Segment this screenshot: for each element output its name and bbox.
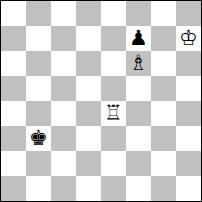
chess-board: ♟♔♗♖♚ [0,0,202,202]
square-a4[interactable] [1,101,26,126]
square-a3[interactable] [1,126,26,151]
square-b7[interactable] [26,26,51,51]
square-e7[interactable] [101,26,126,51]
square-h8[interactable] [176,1,201,26]
piece-white-bishop[interactable]: ♗ [129,51,148,76]
square-h7[interactable]: ♔ [176,26,201,51]
square-b4[interactable] [26,101,51,126]
square-g4[interactable] [151,101,176,126]
square-a5[interactable] [1,76,26,101]
square-g6[interactable] [151,51,176,76]
square-c4[interactable] [51,101,76,126]
square-d8[interactable] [76,1,101,26]
square-c1[interactable] [51,176,76,201]
square-c3[interactable] [51,126,76,151]
square-d4[interactable] [76,101,101,126]
square-c7[interactable] [51,26,76,51]
square-f2[interactable] [126,151,151,176]
square-b3[interactable]: ♚ [26,126,51,151]
piece-black-pawn[interactable]: ♟ [129,26,148,51]
square-h1[interactable] [176,176,201,201]
square-g3[interactable] [151,126,176,151]
square-a6[interactable] [1,51,26,76]
square-h3[interactable] [176,126,201,151]
square-d1[interactable] [76,176,101,201]
piece-black-king[interactable]: ♚ [29,126,48,151]
square-c8[interactable] [51,1,76,26]
square-g7[interactable] [151,26,176,51]
square-b2[interactable] [26,151,51,176]
square-e4[interactable]: ♖ [101,101,126,126]
square-c6[interactable] [51,51,76,76]
square-a8[interactable] [1,1,26,26]
square-b8[interactable] [26,1,51,26]
square-f3[interactable] [126,126,151,151]
square-d2[interactable] [76,151,101,176]
square-a2[interactable] [1,151,26,176]
square-d5[interactable] [76,76,101,101]
square-c5[interactable] [51,76,76,101]
square-e6[interactable] [101,51,126,76]
piece-white-rook[interactable]: ♖ [104,101,123,126]
square-f5[interactable] [126,76,151,101]
square-h4[interactable] [176,101,201,126]
square-a7[interactable] [1,26,26,51]
square-c2[interactable] [51,151,76,176]
square-e3[interactable] [101,126,126,151]
square-g2[interactable] [151,151,176,176]
square-f7[interactable]: ♟ [126,26,151,51]
square-f6[interactable]: ♗ [126,51,151,76]
square-f8[interactable] [126,1,151,26]
square-e2[interactable] [101,151,126,176]
square-b1[interactable] [26,176,51,201]
square-g8[interactable] [151,1,176,26]
square-e1[interactable] [101,176,126,201]
square-g5[interactable] [151,76,176,101]
square-e5[interactable] [101,76,126,101]
square-d6[interactable] [76,51,101,76]
square-h5[interactable] [176,76,201,101]
square-h6[interactable] [176,51,201,76]
square-h2[interactable] [176,151,201,176]
piece-white-king[interactable]: ♔ [179,26,198,51]
square-e8[interactable] [101,1,126,26]
square-f1[interactable] [126,176,151,201]
square-b5[interactable] [26,76,51,101]
square-g1[interactable] [151,176,176,201]
square-d3[interactable] [76,126,101,151]
square-f4[interactable] [126,101,151,126]
square-b6[interactable] [26,51,51,76]
square-d7[interactable] [76,26,101,51]
square-a1[interactable] [1,176,26,201]
